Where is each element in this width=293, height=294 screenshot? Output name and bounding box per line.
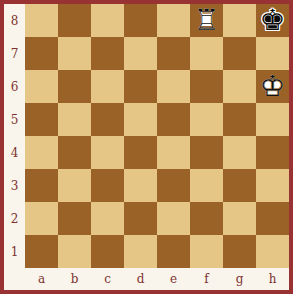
square-d8[interactable]	[124, 4, 157, 37]
square-c7[interactable]	[91, 37, 124, 70]
square-d4[interactable]	[124, 136, 157, 169]
square-d5[interactable]	[124, 103, 157, 136]
square-f4[interactable]	[190, 136, 223, 169]
square-b7[interactable]	[58, 37, 91, 70]
file-label-e: e	[157, 268, 190, 290]
square-h4[interactable]	[256, 136, 289, 169]
file-label-a: a	[25, 268, 58, 290]
square-c5[interactable]	[91, 103, 124, 136]
square-d3[interactable]	[124, 169, 157, 202]
square-c3[interactable]	[91, 169, 124, 202]
square-e3[interactable]	[157, 169, 190, 202]
rank-label-1: 1	[4, 235, 25, 268]
square-f1[interactable]	[190, 235, 223, 268]
piece-white-rook[interactable]: ♜♖	[190, 4, 223, 37]
square-g1[interactable]	[223, 235, 256, 268]
square-b2[interactable]	[58, 202, 91, 235]
rank-label-7: 7	[4, 37, 25, 70]
square-d7[interactable]	[124, 37, 157, 70]
rank-label-6: 6	[4, 70, 25, 103]
square-g5[interactable]	[223, 103, 256, 136]
black-king-glyph: ♚	[256, 4, 289, 37]
square-a1[interactable]	[25, 235, 58, 268]
rank-label-4: 4	[4, 136, 25, 169]
file-label-h: h	[256, 268, 289, 290]
square-g8[interactable]	[223, 4, 256, 37]
square-h7[interactable]	[256, 37, 289, 70]
square-e6[interactable]	[157, 70, 190, 103]
square-b1[interactable]	[58, 235, 91, 268]
white-rook-glyph: ♖	[190, 4, 223, 37]
square-b8[interactable]	[58, 4, 91, 37]
square-a7[interactable]	[25, 37, 58, 70]
square-a3[interactable]	[25, 169, 58, 202]
square-g7[interactable]	[223, 37, 256, 70]
rank-label-8: 8	[4, 4, 25, 37]
square-b3[interactable]	[58, 169, 91, 202]
square-e7[interactable]	[157, 37, 190, 70]
square-f8[interactable]: ♜♖	[190, 4, 223, 37]
square-f3[interactable]	[190, 169, 223, 202]
square-b4[interactable]	[58, 136, 91, 169]
square-a6[interactable]	[25, 70, 58, 103]
square-h2[interactable]	[256, 202, 289, 235]
square-f7[interactable]	[190, 37, 223, 70]
chess-diagram: 8♜♖♚76♚♔54321abcdefgh	[0, 0, 293, 294]
square-b6[interactable]	[58, 70, 91, 103]
square-a8[interactable]	[25, 4, 58, 37]
rank-label-3: 3	[4, 169, 25, 202]
square-c2[interactable]	[91, 202, 124, 235]
square-d6[interactable]	[124, 70, 157, 103]
square-e2[interactable]	[157, 202, 190, 235]
square-g6[interactable]	[223, 70, 256, 103]
file-label-f: f	[190, 268, 223, 290]
square-g2[interactable]	[223, 202, 256, 235]
square-f2[interactable]	[190, 202, 223, 235]
square-e5[interactable]	[157, 103, 190, 136]
white-king-glyph: ♔	[256, 70, 289, 103]
board-margin-corner	[4, 268, 25, 290]
rank-label-2: 2	[4, 202, 25, 235]
square-c1[interactable]	[91, 235, 124, 268]
square-a5[interactable]	[25, 103, 58, 136]
square-e4[interactable]	[157, 136, 190, 169]
square-a2[interactable]	[25, 202, 58, 235]
square-e8[interactable]	[157, 4, 190, 37]
square-b5[interactable]	[58, 103, 91, 136]
square-h5[interactable]	[256, 103, 289, 136]
square-h3[interactable]	[256, 169, 289, 202]
file-label-c: c	[91, 268, 124, 290]
square-h1[interactable]	[256, 235, 289, 268]
square-c6[interactable]	[91, 70, 124, 103]
square-c4[interactable]	[91, 136, 124, 169]
chess-board: 8♜♖♚76♚♔54321abcdefgh	[4, 4, 289, 290]
piece-white-king[interactable]: ♚♔	[256, 70, 289, 103]
square-e1[interactable]	[157, 235, 190, 268]
square-f5[interactable]	[190, 103, 223, 136]
file-label-g: g	[223, 268, 256, 290]
file-label-d: d	[124, 268, 157, 290]
square-f6[interactable]	[190, 70, 223, 103]
square-g4[interactable]	[223, 136, 256, 169]
square-g3[interactable]	[223, 169, 256, 202]
square-a4[interactable]	[25, 136, 58, 169]
square-d1[interactable]	[124, 235, 157, 268]
square-h6[interactable]: ♚♔	[256, 70, 289, 103]
rank-label-5: 5	[4, 103, 25, 136]
square-c8[interactable]	[91, 4, 124, 37]
file-label-b: b	[58, 268, 91, 290]
square-h8[interactable]: ♚	[256, 4, 289, 37]
square-d2[interactable]	[124, 202, 157, 235]
piece-black-king[interactable]: ♚	[256, 4, 289, 37]
